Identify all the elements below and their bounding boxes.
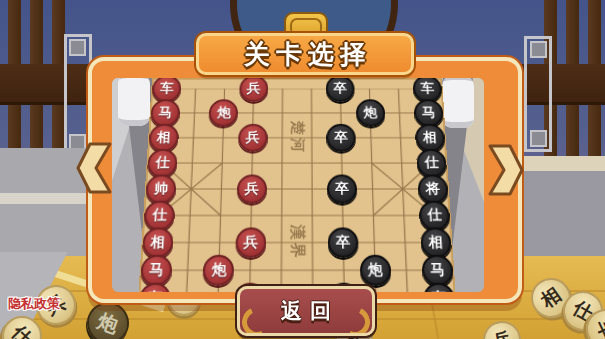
- window-pane: [530, 41, 547, 58]
- stool-icon: [118, 78, 150, 126]
- title-plate: 关卡选择: [196, 33, 414, 75]
- board-grid: 楚河 漢界 车马相仕帅仕相马车炮炮兵兵兵兵兵卒卒卒卒卒炮炮车马相仕将仕相马车: [155, 89, 439, 292]
- stool-icon: [442, 78, 474, 128]
- black-piece-卒: 卒: [328, 227, 359, 257]
- black-piece-卒: 卒: [327, 124, 357, 152]
- window-frame-right: [524, 36, 552, 152]
- black-piece-将: 将: [417, 175, 449, 204]
- board-lines: [155, 89, 439, 292]
- back-button-label: 返回: [273, 297, 339, 325]
- black-piece-仕: 仕: [419, 201, 451, 231]
- level-board-preview[interactable]: 楚河 漢界 车马相仕帅仕相马车炮炮兵兵兵兵兵卒卒卒卒卒炮炮车马相仕将仕相马车: [112, 78, 484, 292]
- black-piece-仕: 仕: [416, 149, 447, 177]
- river-text-chu-he: 楚河: [288, 121, 307, 154]
- black-piece-卒: 卒: [327, 175, 358, 204]
- black-piece-马: 马: [421, 255, 454, 286]
- back-button[interactable]: 返回: [237, 286, 375, 336]
- next-level-button[interactable]: [482, 141, 526, 199]
- black-piece-炮: 炮: [359, 255, 391, 286]
- privacy-policy-link[interactable]: 隐私政策: [8, 295, 60, 313]
- river-text-han-jie: 漢界: [287, 224, 307, 261]
- window-pane: [69, 39, 86, 56]
- level-preview-panel: 楚河 漢界 车马相仕帅仕相马车炮炮兵兵兵兵兵卒卒卒卒卒炮炮车马相仕将仕相马车: [88, 57, 522, 303]
- page-title: 关卡选择: [238, 37, 372, 72]
- level-select-screen: 兵炮仕马兵相仕车: [0, 0, 605, 339]
- cloud-swirl-icon: [238, 303, 276, 336]
- window-pane: [530, 130, 547, 147]
- black-piece-相: 相: [420, 227, 452, 257]
- black-piece-相: 相: [415, 124, 446, 152]
- xiangqi-board: 楚河 漢界 车马相仕帅仕相马车炮炮兵兵兵兵兵卒卒卒卒卒炮炮车马相仕将仕相马车: [137, 78, 456, 292]
- prev-level-button[interactable]: [74, 139, 118, 197]
- black-piece-炮: 炮: [355, 99, 385, 126]
- black-piece-马: 马: [413, 99, 444, 126]
- cloud-swirl-icon: [336, 303, 374, 336]
